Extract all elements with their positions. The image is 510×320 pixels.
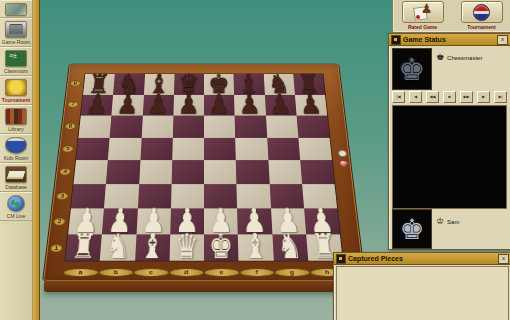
nav-button-6[interactable]: ▶| (494, 91, 507, 103)
file-label: a (63, 268, 99, 277)
black-pawn: ♟ (81, 91, 114, 118)
square-b3[interactable] (104, 184, 139, 209)
black-knight: ♞ (113, 71, 145, 97)
square-b8[interactable]: ♞ (113, 74, 144, 94)
square-c7[interactable]: ♟ (142, 94, 173, 115)
rank-label: 7 (67, 101, 79, 107)
square-c5[interactable] (140, 137, 173, 160)
nav-button-4[interactable]: ▶▶ (460, 91, 473, 103)
square-h3[interactable] (302, 184, 337, 209)
black-pawn: ♟ (142, 91, 174, 118)
nav-button-2[interactable]: ◀◀ (426, 91, 439, 103)
cm-live-icon (7, 195, 25, 212)
rated-game-button[interactable]: ♟ Rated Game (398, 1, 448, 30)
square-a6[interactable] (78, 116, 111, 138)
square-g1[interactable]: ♞ (272, 234, 308, 261)
library-icon (5, 108, 27, 125)
captured-pieces-area (336, 266, 509, 320)
square-f7[interactable]: ♟ (234, 94, 265, 115)
file-labels: abcdefgh (62, 267, 345, 279)
sidebar-item-label: Game Room (2, 39, 30, 45)
square-h5[interactable] (298, 137, 332, 160)
black-rook: ♜ (293, 71, 325, 97)
square-d6[interactable] (173, 116, 204, 138)
square-a7[interactable]: ♟ (81, 94, 113, 115)
square-a2[interactable]: ♟ (68, 208, 104, 234)
window-icon (336, 254, 346, 264)
square-a4[interactable] (74, 160, 109, 184)
square-a5[interactable] (76, 137, 110, 160)
file-label: g (274, 268, 310, 277)
black-king: ♚ (204, 71, 234, 97)
captured-pieces-titlebar[interactable]: Captured Pieces x (334, 253, 510, 265)
square-e2[interactable]: ♟ (204, 208, 238, 234)
black-knight: ♞ (263, 71, 295, 97)
sidebar-item-label: Tournament (2, 97, 31, 103)
close-icon[interactable]: x (498, 254, 509, 264)
square-e5[interactable] (204, 137, 236, 160)
square-b4[interactable] (106, 160, 140, 184)
black-pawn: ♟ (264, 91, 296, 118)
board-front-edge (44, 281, 365, 292)
square-g4[interactable] (268, 160, 302, 184)
white-pawn: ♟ (102, 204, 138, 237)
square-d1[interactable]: ♛ (169, 234, 204, 261)
white-bishop: ♝ (134, 230, 170, 264)
black-pawn: ♟ (204, 91, 235, 118)
white-pawn: ♟ (68, 204, 105, 237)
file-label: e (204, 268, 239, 277)
white-player-name: Sam (447, 219, 459, 225)
tournament-icon (5, 79, 27, 96)
black-player-row: ♚ Chessmaster (436, 53, 482, 62)
file-label: d (169, 268, 204, 277)
square-b2[interactable]: ♟ (102, 208, 137, 234)
file-label: b (98, 268, 134, 277)
square-d4[interactable] (171, 160, 204, 184)
sidebar-item-label: CM Live (7, 213, 25, 219)
white-queen: ♛ (169, 230, 204, 264)
square-h8[interactable]: ♜ (293, 74, 325, 94)
square-c2[interactable]: ♟ (136, 208, 171, 234)
window-icon (391, 35, 401, 45)
launcher-panel: ♟ Rated Game Tournament (392, 0, 510, 33)
square-b6[interactable] (110, 116, 143, 138)
square-d7[interactable]: ♟ (173, 94, 204, 115)
square-c1[interactable]: ♝ (135, 234, 170, 261)
white-pawn: ♟ (170, 204, 204, 237)
chessmaster-app: Game RoomClassroomTournamentLibraryKids … (0, 0, 510, 320)
rank-label: 5 (62, 145, 74, 152)
square-f5[interactable] (235, 137, 268, 160)
white-pawn: ♟ (204, 204, 238, 237)
room-sidebar: Game RoomClassroomTournamentLibraryKids … (0, 0, 33, 320)
black-bishop: ♝ (234, 71, 265, 97)
rank-label: 4 (59, 168, 72, 175)
black-bishop: ♝ (143, 71, 174, 97)
game-room-icon (5, 21, 27, 38)
square-b5[interactable] (108, 137, 141, 160)
black-rook: ♜ (83, 71, 115, 97)
square-f4[interactable] (236, 160, 269, 184)
black-player-name: Chessmaster (447, 55, 482, 61)
rank-label: 1 (50, 244, 64, 252)
square-h7[interactable]: ♟ (295, 94, 327, 115)
rank-label: 3 (56, 193, 69, 201)
captured-pieces-window: Captured Pieces x (333, 252, 510, 320)
square-a1[interactable]: ♜ (65, 234, 102, 261)
square-e3[interactable] (204, 184, 237, 209)
game-status-title: Game Status (403, 34, 495, 45)
rank-label: 6 (64, 123, 76, 130)
black-king-icon: ♚ (436, 53, 444, 62)
red-indicator-dot (339, 160, 348, 166)
sidebar-gold-trim (33, 0, 40, 320)
square-g8[interactable]: ♞ (263, 74, 294, 94)
square-b7[interactable]: ♟ (112, 94, 144, 115)
sidebar-item-tournament[interactable]: Tournament (0, 76, 32, 105)
square-c8[interactable]: ♝ (144, 74, 175, 94)
sidebar-item-cm-live[interactable]: CM Live (0, 192, 32, 221)
square-a3[interactable] (71, 184, 106, 209)
sidebar-item-database[interactable]: Database (0, 163, 32, 192)
square-g3[interactable] (269, 184, 304, 209)
file-label: f (239, 268, 275, 277)
square-e6[interactable] (204, 116, 235, 138)
square-h4[interactable] (300, 160, 335, 184)
game-status-window: Game Status x ♚ ♚ Chessmaster |◀◀◀◀■▶▶▶▶… (388, 33, 510, 250)
nav-button-3[interactable]: ■ (443, 91, 456, 103)
sidebar-item-library[interactable]: Library (0, 105, 32, 134)
square-g5[interactable] (267, 137, 300, 160)
game-status-titlebar[interactable]: Game Status x (389, 34, 510, 46)
white-pawn: ♟ (303, 204, 340, 237)
square-f1[interactable]: ♝ (238, 234, 273, 261)
square-e8[interactable]: ♚ (204, 74, 234, 94)
sidebar-item-game-room[interactable]: Game Room (0, 18, 32, 47)
white-king-icon: ♔ (436, 217, 444, 226)
nav-button-5[interactable]: ▶ (477, 91, 490, 103)
square-c6[interactable] (141, 116, 173, 138)
square-d8[interactable]: ♛ (174, 74, 204, 94)
white-pawn: ♟ (270, 204, 306, 237)
sidebar-item-classroom[interactable]: Classroom (0, 47, 32, 76)
square-d2[interactable]: ♟ (170, 208, 204, 234)
square-d5[interactable] (172, 137, 204, 160)
sidebar-item-kids-room[interactable]: Kids Room (0, 134, 32, 163)
square-g6[interactable] (266, 116, 299, 138)
square-a8[interactable]: ♜ (83, 74, 115, 94)
black-queen: ♛ (174, 71, 204, 97)
captured-pieces-title: Captured Pieces (348, 253, 496, 264)
white-knight: ♞ (100, 230, 137, 264)
square-h6[interactable] (296, 116, 329, 138)
chess-board-3d: ♜♞♝♛♚♝♞♜♟♟♟♟♟♟♟♟♟♟♟♟♟♟♟♟♜♞♝♛♚♝♞♜ 8765432… (42, 64, 366, 282)
white-indicator-dot (338, 150, 347, 156)
rank-label: 8 (69, 81, 81, 87)
white-rook: ♜ (65, 230, 103, 264)
move-navigation-controls: |◀◀◀◀■▶▶▶▶| (392, 91, 507, 103)
white-knight: ♞ (272, 230, 309, 264)
rated-game-label: Rated Game (408, 24, 437, 30)
sidebar-item-partial[interactable] (0, 0, 32, 18)
white-bishop: ♝ (238, 230, 274, 264)
black-pawn: ♟ (173, 91, 204, 118)
sidebar-item-label: Kids Room (4, 155, 28, 161)
square-d3[interactable] (171, 184, 204, 209)
square-c4[interactable] (139, 160, 172, 184)
square-e7[interactable]: ♟ (204, 94, 235, 115)
square-f3[interactable] (237, 184, 271, 209)
file-label: c (133, 268, 169, 277)
kids-room-icon (5, 137, 27, 154)
white-pawn: ♟ (136, 204, 171, 237)
square-f6[interactable] (235, 116, 267, 138)
square-b1[interactable]: ♞ (100, 234, 136, 261)
square-f8[interactable]: ♝ (234, 74, 265, 94)
black-pawn: ♟ (234, 91, 266, 118)
room-partial-icon (5, 3, 27, 16)
white-player-portrait: ♚ (392, 209, 432, 249)
white-pawn: ♟ (237, 204, 272, 237)
white-king: ♚ (204, 230, 239, 264)
tournament-button[interactable]: Tournament (457, 1, 507, 30)
rated-game-icon: ♟ (414, 5, 432, 19)
square-e4[interactable] (204, 160, 237, 184)
square-h2[interactable]: ♟ (304, 208, 340, 234)
sidebar-item-label: Classroom (4, 68, 28, 74)
tournament-chip-icon (473, 4, 490, 21)
square-g7[interactable]: ♟ (264, 94, 296, 115)
sidebar-item-label: Library (8, 126, 23, 132)
nav-button-1[interactable]: ◀ (409, 91, 422, 103)
black-player-portrait: ♚ (392, 48, 432, 90)
black-pawn: ♟ (111, 91, 143, 118)
square-c3[interactable] (137, 184, 171, 209)
rank-label: 2 (53, 218, 66, 226)
move-list[interactable] (392, 105, 507, 209)
square-g2[interactable]: ♟ (271, 208, 306, 234)
close-icon[interactable]: x (497, 35, 508, 45)
board-grid: ♜♞♝♛♚♝♞♜♟♟♟♟♟♟♟♟♟♟♟♟♟♟♟♟♜♞♝♛♚♝♞♜ (64, 74, 344, 262)
square-f2[interactable]: ♟ (237, 208, 272, 234)
square-e1[interactable]: ♚ (204, 234, 239, 261)
black-pawn: ♟ (294, 91, 327, 118)
tournament-label: Tournament (467, 24, 496, 30)
white-player-row: ♔ Sam (436, 217, 459, 226)
database-icon (5, 166, 27, 183)
classroom-icon (5, 50, 27, 67)
sidebar-item-label: Database (5, 184, 26, 190)
nav-button-0[interactable]: |◀ (392, 91, 405, 103)
